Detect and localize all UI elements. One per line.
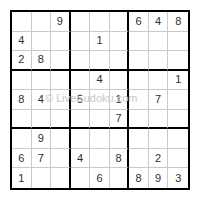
cell-r1c5[interactable] (90, 12, 110, 32)
cell-r5c7[interactable] (129, 90, 149, 110)
cell-r5c8: 7 (149, 90, 169, 110)
cell-r4c1[interactable] (12, 71, 32, 91)
cell-r6c4[interactable] (71, 110, 91, 130)
cell-r5c1: 8 (12, 90, 32, 110)
cell-r8c8: 2 (149, 149, 169, 169)
cell-r6c1[interactable] (12, 110, 32, 130)
cell-r7c7[interactable] (129, 129, 149, 149)
cell-r9c3[interactable] (51, 168, 71, 188)
cell-r4c7[interactable] (129, 71, 149, 91)
cell-r2c5: 1 (90, 32, 110, 52)
cell-r6c5[interactable] (90, 110, 110, 130)
cell-r2c7[interactable] (129, 32, 149, 52)
sudoku-board: 964841284184517796748216893 (10, 10, 190, 190)
cell-r3c4[interactable] (71, 51, 91, 71)
cell-r4c6[interactable] (110, 71, 130, 91)
cell-r1c9: 8 (168, 12, 188, 32)
cell-r2c4[interactable] (71, 32, 91, 52)
cell-r7c2: 9 (32, 129, 52, 149)
cell-r1c3: 9 (51, 12, 71, 32)
cell-r1c4[interactable] (71, 12, 91, 32)
cell-r6c9[interactable] (168, 110, 188, 130)
cell-r9c1: 1 (12, 168, 32, 188)
cell-r7c4[interactable] (71, 129, 91, 149)
cell-r6c2[interactable] (32, 110, 52, 130)
cell-r8c2: 7 (32, 149, 52, 169)
cell-r2c1: 4 (12, 32, 32, 52)
cell-r3c5[interactable] (90, 51, 110, 71)
cell-r8c3[interactable] (51, 149, 71, 169)
cell-r7c6[interactable] (110, 129, 130, 149)
cell-r2c2[interactable] (32, 32, 52, 52)
cell-r1c2[interactable] (32, 12, 52, 32)
cell-r7c9[interactable] (168, 129, 188, 149)
cell-r9c2[interactable] (32, 168, 52, 188)
cell-r5c5[interactable] (90, 90, 110, 110)
cell-r6c6: 7 (110, 110, 130, 130)
cell-r2c3[interactable] (51, 32, 71, 52)
cell-r1c1[interactable] (12, 12, 32, 32)
cell-r6c8[interactable] (149, 110, 169, 130)
cell-r8c5[interactable] (90, 149, 110, 169)
cell-r3c6[interactable] (110, 51, 130, 71)
cell-r7c3[interactable] (51, 129, 71, 149)
cell-r4c2[interactable] (32, 71, 52, 91)
cell-r3c1: 2 (12, 51, 32, 71)
cell-r7c1[interactable] (12, 129, 32, 149)
cell-r9c9: 3 (168, 168, 188, 188)
cell-r5c3[interactable] (51, 90, 71, 110)
cell-r5c9[interactable] (168, 90, 188, 110)
cell-r5c4: 5 (71, 90, 91, 110)
cell-r9c6[interactable] (110, 168, 130, 188)
cell-r1c7: 6 (129, 12, 149, 32)
cell-r3c9[interactable] (168, 51, 188, 71)
cell-r5c2: 4 (32, 90, 52, 110)
cell-r4c9: 1 (168, 71, 188, 91)
cell-r6c3[interactable] (51, 110, 71, 130)
cell-r8c4: 4 (71, 149, 91, 169)
cell-r9c7: 8 (129, 168, 149, 188)
cell-r5c6: 1 (110, 90, 130, 110)
cell-r4c8[interactable] (149, 71, 169, 91)
cell-r1c6[interactable] (110, 12, 130, 32)
cell-r8c1: 6 (12, 149, 32, 169)
cell-r4c4[interactable] (71, 71, 91, 91)
cell-r7c8[interactable] (149, 129, 169, 149)
cell-r7c5[interactable] (90, 129, 110, 149)
cell-r2c9[interactable] (168, 32, 188, 52)
cell-r9c4[interactable] (71, 168, 91, 188)
cell-r8c9[interactable] (168, 149, 188, 169)
cell-r3c8[interactable] (149, 51, 169, 71)
cell-r6c7[interactable] (129, 110, 149, 130)
cell-r8c7[interactable] (129, 149, 149, 169)
cell-r3c7[interactable] (129, 51, 149, 71)
cell-r8c6: 8 (110, 149, 130, 169)
cell-r2c6[interactable] (110, 32, 130, 52)
cell-r3c3[interactable] (51, 51, 71, 71)
cell-r1c8: 4 (149, 12, 169, 32)
cell-r2c8[interactable] (149, 32, 169, 52)
cell-r4c3[interactable] (51, 71, 71, 91)
cell-r9c5: 6 (90, 168, 110, 188)
cell-r4c5: 4 (90, 71, 110, 91)
cell-r9c8: 9 (149, 168, 169, 188)
cell-r3c2: 8 (32, 51, 52, 71)
